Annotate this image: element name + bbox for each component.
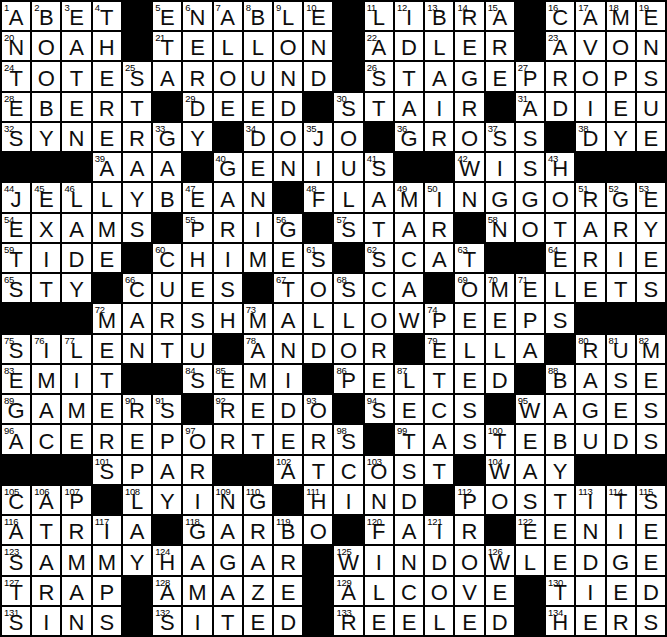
grid-cell[interactable]: A (425, 425, 453, 453)
grid-cell[interactable]: 80R (576, 335, 604, 363)
grid-cell[interactable]: S (123, 214, 151, 242)
grid-cell[interactable]: N (395, 546, 423, 574)
grid-cell[interactable]: E (395, 395, 423, 423)
grid-cell[interactable]: H (214, 304, 242, 332)
grid-cell[interactable]: O (455, 546, 483, 574)
grid-cell[interactable]: 24T (2, 62, 30, 90)
grid-cell[interactable]: S (395, 456, 423, 484)
grid-cell[interactable]: 131S (2, 607, 30, 635)
grid-cell[interactable]: R (455, 93, 483, 121)
grid-cell[interactable]: E (486, 62, 514, 90)
grid-cell[interactable]: D (395, 486, 423, 514)
grid-cell[interactable]: M (62, 546, 90, 574)
grid-cell[interactable]: P (153, 425, 181, 453)
grid-cell[interactable]: 3E (62, 2, 90, 30)
grid-cell[interactable]: 28E (2, 93, 30, 121)
grid-cell[interactable]: 106A (32, 486, 60, 514)
grid-cell[interactable]: T (32, 516, 60, 544)
grid-cell[interactable]: I (183, 486, 211, 514)
grid-cell[interactable]: A (62, 214, 90, 242)
grid-cell[interactable]: E (244, 395, 272, 423)
grid-cell[interactable]: W (395, 304, 423, 332)
grid-cell[interactable]: Z (244, 577, 272, 605)
grid-cell[interactable]: 4T (93, 2, 121, 30)
grid-cell[interactable]: R (183, 62, 211, 90)
grid-cell[interactable]: R (244, 516, 272, 544)
grid-cell[interactable]: U (637, 93, 665, 121)
grid-cell[interactable]: R (365, 335, 393, 363)
grid-cell[interactable]: 41S (365, 153, 393, 181)
grid-cell[interactable]: 14R (455, 2, 483, 30)
grid-cell[interactable]: E (123, 425, 151, 453)
grid-cell[interactable]: 40G (214, 153, 242, 181)
grid-cell[interactable]: 86P (334, 365, 362, 393)
grid-cell[interactable]: A (183, 546, 211, 574)
grid-cell[interactable]: S (516, 153, 544, 181)
grid-cell[interactable]: 127T (2, 577, 30, 605)
grid-cell[interactable]: E (637, 516, 665, 544)
grid-cell[interactable]: 117I (93, 516, 121, 544)
grid-cell[interactable]: O (32, 62, 60, 90)
grid-cell[interactable]: 35J (304, 123, 332, 151)
grid-cell[interactable]: R (62, 516, 90, 544)
grid-cell[interactable]: E (244, 607, 272, 635)
grid-cell[interactable]: 38D (576, 123, 604, 151)
grid-cell[interactable]: 89G (2, 395, 30, 423)
grid-cell[interactable]: 82M (637, 335, 665, 363)
grid-cell[interactable]: E (62, 93, 90, 121)
grid-cell[interactable]: 94S (365, 395, 393, 423)
grid-cell[interactable]: 33G (153, 123, 181, 151)
grid-cell[interactable]: O (365, 304, 393, 332)
grid-cell[interactable]: 129A (334, 577, 362, 605)
grid-cell[interactable]: D (607, 425, 635, 453)
grid-cell[interactable]: R (607, 214, 635, 242)
grid-cell[interactable]: O (486, 486, 514, 514)
grid-cell[interactable]: M (93, 546, 121, 574)
grid-cell[interactable]: E (62, 425, 90, 453)
grid-cell[interactable]: 85E (214, 365, 242, 393)
grid-cell[interactable]: L (486, 335, 514, 363)
grid-cell[interactable]: 9L (274, 2, 302, 30)
grid-cell[interactable]: N (274, 62, 302, 90)
grid-cell[interactable]: 26S (365, 62, 393, 90)
grid-cell[interactable]: A (244, 546, 272, 574)
grid-cell[interactable]: E (637, 244, 665, 272)
grid-cell[interactable]: O (304, 516, 332, 544)
grid-cell[interactable]: S (637, 395, 665, 423)
grid-cell[interactable]: 83E (2, 365, 30, 393)
grid-cell[interactable]: T (395, 62, 423, 90)
grid-cell[interactable]: R (304, 425, 332, 453)
grid-cell[interactable]: 107P (62, 486, 90, 514)
grid-cell[interactable]: E (455, 607, 483, 635)
grid-cell[interactable]: S (214, 274, 242, 302)
grid-cell[interactable]: D (274, 93, 302, 121)
grid-cell[interactable]: 91S (153, 395, 181, 423)
grid-cell[interactable]: 130T (546, 577, 574, 605)
grid-cell[interactable]: C (32, 425, 60, 453)
grid-cell[interactable]: I (576, 93, 604, 121)
grid-cell[interactable]: C (395, 244, 423, 272)
grid-cell[interactable]: M (93, 214, 121, 242)
grid-cell[interactable]: R (153, 304, 181, 332)
grid-cell[interactable]: 60C (153, 244, 181, 272)
grid-cell[interactable]: E (183, 274, 211, 302)
grid-cell[interactable]: R (425, 214, 453, 242)
grid-cell[interactable]: 42W (455, 153, 483, 181)
grid-cell[interactable]: N (455, 183, 483, 211)
grid-cell[interactable]: Y (62, 274, 90, 302)
grid-cell[interactable]: B (32, 93, 60, 121)
grid-cell[interactable]: E (607, 395, 635, 423)
grid-cell[interactable]: L (546, 274, 574, 302)
grid-cell[interactable]: 74P (425, 304, 453, 332)
grid-cell[interactable]: L (425, 32, 453, 60)
grid-cell[interactable]: M (183, 577, 211, 605)
grid-cell[interactable]: A (274, 304, 302, 332)
grid-cell[interactable]: P (607, 62, 635, 90)
grid-cell[interactable]: S (637, 274, 665, 302)
grid-cell[interactable]: S (93, 607, 121, 635)
grid-cell[interactable]: C (365, 274, 393, 302)
grid-cell[interactable]: C (395, 577, 423, 605)
grid-cell[interactable]: A (214, 577, 242, 605)
grid-cell[interactable]: E (637, 546, 665, 574)
grid-cell[interactable]: A (546, 395, 574, 423)
grid-cell[interactable]: R (274, 546, 302, 574)
grid-cell[interactable]: U (244, 62, 272, 90)
grid-cell[interactable]: N (274, 153, 302, 181)
grid-cell[interactable]: 5E (153, 2, 181, 30)
grid-cell[interactable]: 133R (334, 607, 362, 635)
grid-cell[interactable]: D (486, 607, 514, 635)
grid-cell[interactable]: I (334, 486, 362, 514)
grid-cell[interactable]: I (486, 153, 514, 181)
grid-cell[interactable]: D (637, 577, 665, 605)
grid-cell[interactable]: R (486, 32, 514, 60)
grid-cell[interactable]: E (214, 93, 242, 121)
grid-cell[interactable]: E (274, 577, 302, 605)
grid-cell[interactable]: 78A (244, 335, 272, 363)
grid-cell[interactable]: I (274, 365, 302, 393)
grid-cell[interactable]: 59T (2, 244, 30, 272)
grid-cell[interactable]: Y (123, 546, 151, 574)
grid-cell[interactable]: A (395, 214, 423, 242)
grid-cell[interactable]: O (214, 62, 242, 90)
grid-cell[interactable]: A (576, 365, 604, 393)
grid-cell[interactable]: S (637, 607, 665, 635)
grid-cell[interactable]: T (62, 62, 90, 90)
grid-cell[interactable]: 49M (395, 183, 423, 211)
grid-cell[interactable]: S (607, 365, 635, 393)
grid-cell[interactable]: I (576, 577, 604, 605)
grid-cell[interactable]: E (93, 395, 121, 423)
grid-cell[interactable]: 122E (516, 516, 544, 544)
grid-cell[interactable]: 71E (516, 274, 544, 302)
grid-cell[interactable]: L (455, 335, 483, 363)
grid-cell[interactable]: 34D (244, 123, 272, 151)
grid-cell[interactable]: 118G (183, 516, 211, 544)
grid-cell[interactable]: N (576, 516, 604, 544)
grid-cell[interactable]: I (214, 244, 242, 272)
grid-cell[interactable]: A (425, 62, 453, 90)
grid-cell[interactable]: I (183, 607, 211, 635)
grid-cell[interactable]: E (93, 244, 121, 272)
grid-cell[interactable]: 126W (486, 546, 514, 574)
grid-cell[interactable]: 52G (607, 183, 635, 211)
grid-cell[interactable]: 19E (637, 2, 665, 30)
grid-cell[interactable]: Y (153, 486, 181, 514)
grid-cell[interactable]: D (395, 32, 423, 60)
grid-cell[interactable]: 65S (2, 274, 30, 302)
grid-cell[interactable]: 2B (32, 2, 60, 30)
grid-cell[interactable]: L (244, 32, 272, 60)
grid-cell[interactable]: I (304, 153, 332, 181)
grid-cell[interactable]: T (365, 93, 393, 121)
grid-cell[interactable]: 76I (32, 335, 60, 363)
grid-cell[interactable]: E (486, 304, 514, 332)
grid-cell[interactable]: 75S (2, 335, 30, 363)
grid-cell[interactable]: D (62, 244, 90, 272)
grid-cell[interactable]: 132S (153, 607, 181, 635)
grid-cell[interactable]: 73M (244, 304, 272, 332)
grid-cell[interactable]: 10E (304, 2, 332, 30)
grid-cell[interactable]: 98S (334, 425, 362, 453)
grid-cell[interactable]: 7A (214, 2, 242, 30)
grid-cell[interactable]: 128A (153, 577, 181, 605)
grid-cell[interactable]: O (455, 123, 483, 151)
grid-cell[interactable]: 111H (304, 486, 332, 514)
grid-cell[interactable]: E (486, 577, 514, 605)
grid-cell[interactable]: Y (546, 456, 574, 484)
grid-cell[interactable]: T (425, 456, 453, 484)
grid-cell[interactable]: A (365, 183, 393, 211)
grid-cell[interactable]: L (214, 32, 242, 60)
grid-cell[interactable]: H (93, 32, 121, 60)
grid-cell[interactable]: 20N (2, 32, 30, 60)
grid-cell[interactable]: B (153, 183, 181, 211)
grid-cell[interactable]: U (576, 425, 604, 453)
grid-cell[interactable]: R (93, 425, 121, 453)
grid-cell[interactable]: Y (183, 123, 211, 151)
grid-cell[interactable]: T (365, 214, 393, 242)
grid-cell[interactable]: O (516, 214, 544, 242)
grid-cell[interactable]: I (607, 516, 635, 544)
grid-cell[interactable]: D (576, 546, 604, 574)
grid-cell[interactable]: 66C (123, 274, 151, 302)
grid-cell[interactable]: A (576, 214, 604, 242)
grid-cell[interactable]: E (93, 335, 121, 363)
grid-cell[interactable]: Y (123, 183, 151, 211)
grid-cell[interactable]: A (32, 395, 60, 423)
grid-cell[interactable]: A (395, 516, 423, 544)
grid-cell[interactable]: 64E (546, 244, 574, 272)
grid-cell[interactable]: E (395, 607, 423, 635)
grid-cell[interactable]: T (153, 335, 181, 363)
grid-cell[interactable]: E (455, 304, 483, 332)
grid-cell[interactable]: C (334, 456, 362, 484)
grid-cell[interactable]: E (244, 153, 272, 181)
grid-cell[interactable]: R (183, 456, 211, 484)
grid-cell[interactable]: N (637, 32, 665, 60)
grid-cell[interactable]: L (365, 577, 393, 605)
grid-cell[interactable]: T (93, 365, 121, 393)
grid-cell[interactable]: N (62, 607, 90, 635)
grid-cell[interactable]: T (546, 214, 574, 242)
grid-cell[interactable]: N (123, 335, 151, 363)
grid-cell[interactable]: S (516, 486, 544, 514)
grid-cell[interactable]: 88B (546, 365, 574, 393)
grid-cell[interactable]: A (153, 456, 181, 484)
grid-cell[interactable]: L (334, 183, 362, 211)
grid-cell[interactable]: 99T (395, 425, 423, 453)
grid-cell[interactable]: 36G (395, 123, 423, 151)
grid-cell[interactable]: I (244, 214, 272, 242)
grid-cell[interactable]: 44J (2, 183, 30, 211)
grid-cell[interactable]: G (516, 183, 544, 211)
grid-cell[interactable]: 61S (304, 244, 332, 272)
grid-cell[interactable]: Y (607, 123, 635, 151)
grid-cell[interactable]: 46L (62, 183, 90, 211)
grid-cell[interactable]: 119B (274, 516, 302, 544)
grid-cell[interactable]: I (365, 546, 393, 574)
grid-cell[interactable]: 56G (274, 214, 302, 242)
grid-cell[interactable]: 121I (425, 516, 453, 544)
grid-cell[interactable]: A (214, 516, 242, 544)
grid-cell[interactable]: L (304, 304, 332, 332)
grid-cell[interactable]: 29D (183, 93, 211, 121)
grid-cell[interactable]: T (607, 274, 635, 302)
grid-cell[interactable]: T (32, 274, 60, 302)
grid-cell[interactable]: S (546, 304, 574, 332)
grid-cell[interactable]: 15A (486, 2, 514, 30)
grid-cell[interactable]: D (304, 62, 332, 90)
grid-cell[interactable]: A (123, 516, 151, 544)
grid-cell[interactable]: O (576, 62, 604, 90)
grid-cell[interactable]: 13B (425, 2, 453, 30)
grid-cell[interactable]: R (214, 425, 242, 453)
grid-cell[interactable]: 103O (365, 456, 393, 484)
grid-cell[interactable]: 96A (2, 425, 30, 453)
grid-cell[interactable]: A (516, 456, 544, 484)
grid-cell[interactable]: 84S (183, 365, 211, 393)
grid-cell[interactable]: 47E (183, 183, 211, 211)
grid-cell[interactable]: M (32, 365, 60, 393)
grid-cell[interactable]: R (455, 516, 483, 544)
grid-cell[interactable]: 120F (365, 516, 393, 544)
grid-cell[interactable]: 25S (123, 62, 151, 90)
grid-cell[interactable]: 113I (576, 486, 604, 514)
grid-cell[interactable]: 18M (607, 2, 635, 30)
grid-cell[interactable]: 114T (607, 486, 635, 514)
grid-cell[interactable]: M (244, 244, 272, 272)
grid-cell[interactable]: E (274, 425, 302, 453)
grid-cell[interactable]: A (395, 93, 423, 121)
grid-cell[interactable]: 31A (516, 93, 544, 121)
grid-cell[interactable]: M (62, 395, 90, 423)
grid-cell[interactable]: A (32, 546, 60, 574)
grid-cell[interactable]: 51R (576, 183, 604, 211)
grid-cell[interactable]: L (93, 183, 121, 211)
grid-cell[interactable]: N (365, 486, 393, 514)
grid-cell[interactable]: O (274, 32, 302, 60)
grid-cell[interactable]: 97O (183, 425, 211, 453)
grid-cell[interactable]: 17A (576, 2, 604, 30)
grid-cell[interactable]: O (304, 274, 332, 302)
grid-cell[interactable]: P (93, 577, 121, 605)
grid-cell[interactable]: 77L (62, 335, 90, 363)
grid-cell[interactable]: S (637, 62, 665, 90)
grid-cell[interactable]: S (455, 425, 483, 453)
grid-cell[interactable]: 124H (153, 546, 181, 574)
grid-cell[interactable]: S (516, 123, 544, 151)
grid-cell[interactable]: E (576, 607, 604, 635)
grid-cell[interactable]: 30S (334, 93, 362, 121)
grid-cell[interactable]: E (607, 577, 635, 605)
grid-cell[interactable]: I (32, 244, 60, 272)
grid-cell[interactable]: O (32, 32, 60, 60)
grid-cell[interactable]: 69O (455, 274, 483, 302)
grid-cell[interactable]: U (183, 335, 211, 363)
grid-cell[interactable]: 81U (607, 335, 635, 363)
grid-cell[interactable]: 134H (546, 607, 574, 635)
grid-cell[interactable]: A (153, 62, 181, 90)
grid-cell[interactable]: 102A (274, 456, 302, 484)
grid-cell[interactable]: A (516, 335, 544, 363)
grid-cell[interactable]: G (214, 546, 242, 574)
grid-cell[interactable]: S (183, 304, 211, 332)
grid-cell[interactable]: E (576, 274, 604, 302)
grid-cell[interactable]: 39A (93, 153, 121, 181)
grid-cell[interactable]: 105C (2, 486, 30, 514)
grid-cell[interactable]: V (455, 577, 483, 605)
grid-cell[interactable]: 12I (395, 2, 423, 30)
grid-cell[interactable]: 54E (2, 214, 30, 242)
grid-cell[interactable]: 27P (516, 62, 544, 90)
grid-cell[interactable]: 110G (244, 486, 272, 514)
grid-cell[interactable]: A (214, 183, 242, 211)
grid-cell[interactable]: 112P (455, 486, 483, 514)
grid-cell[interactable]: S (637, 425, 665, 453)
grid-cell[interactable]: I (425, 93, 453, 121)
grid-cell[interactable]: R (425, 123, 453, 151)
grid-cell[interactable]: 48F (304, 183, 332, 211)
grid-cell[interactable]: 93O (304, 395, 332, 423)
grid-cell[interactable]: A (153, 153, 181, 181)
grid-cell[interactable]: L (334, 304, 362, 332)
grid-cell[interactable]: Y (32, 123, 60, 151)
grid-cell[interactable]: T (304, 456, 332, 484)
grid-cell[interactable]: 101S (93, 456, 121, 484)
grid-cell[interactable]: T (425, 365, 453, 393)
grid-cell[interactable]: 109N (214, 486, 242, 514)
grid-cell[interactable]: 53E (637, 183, 665, 211)
grid-cell[interactable]: 45E (32, 183, 60, 211)
grid-cell[interactable]: O (334, 335, 362, 363)
grid-cell[interactable]: 23A (546, 32, 574, 60)
grid-cell[interactable]: G (455, 62, 483, 90)
grid-cell[interactable]: I (62, 365, 90, 393)
grid-cell[interactable]: 50I (425, 183, 453, 211)
grid-cell[interactable]: 100T (486, 425, 514, 453)
grid-cell[interactable]: E (607, 93, 635, 121)
grid-cell[interactable]: T (244, 425, 272, 453)
grid-cell[interactable]: 21T (153, 32, 181, 60)
grid-cell[interactable]: 104W (486, 456, 514, 484)
grid-cell[interactable]: D (274, 607, 302, 635)
grid-cell[interactable]: A (123, 153, 151, 181)
